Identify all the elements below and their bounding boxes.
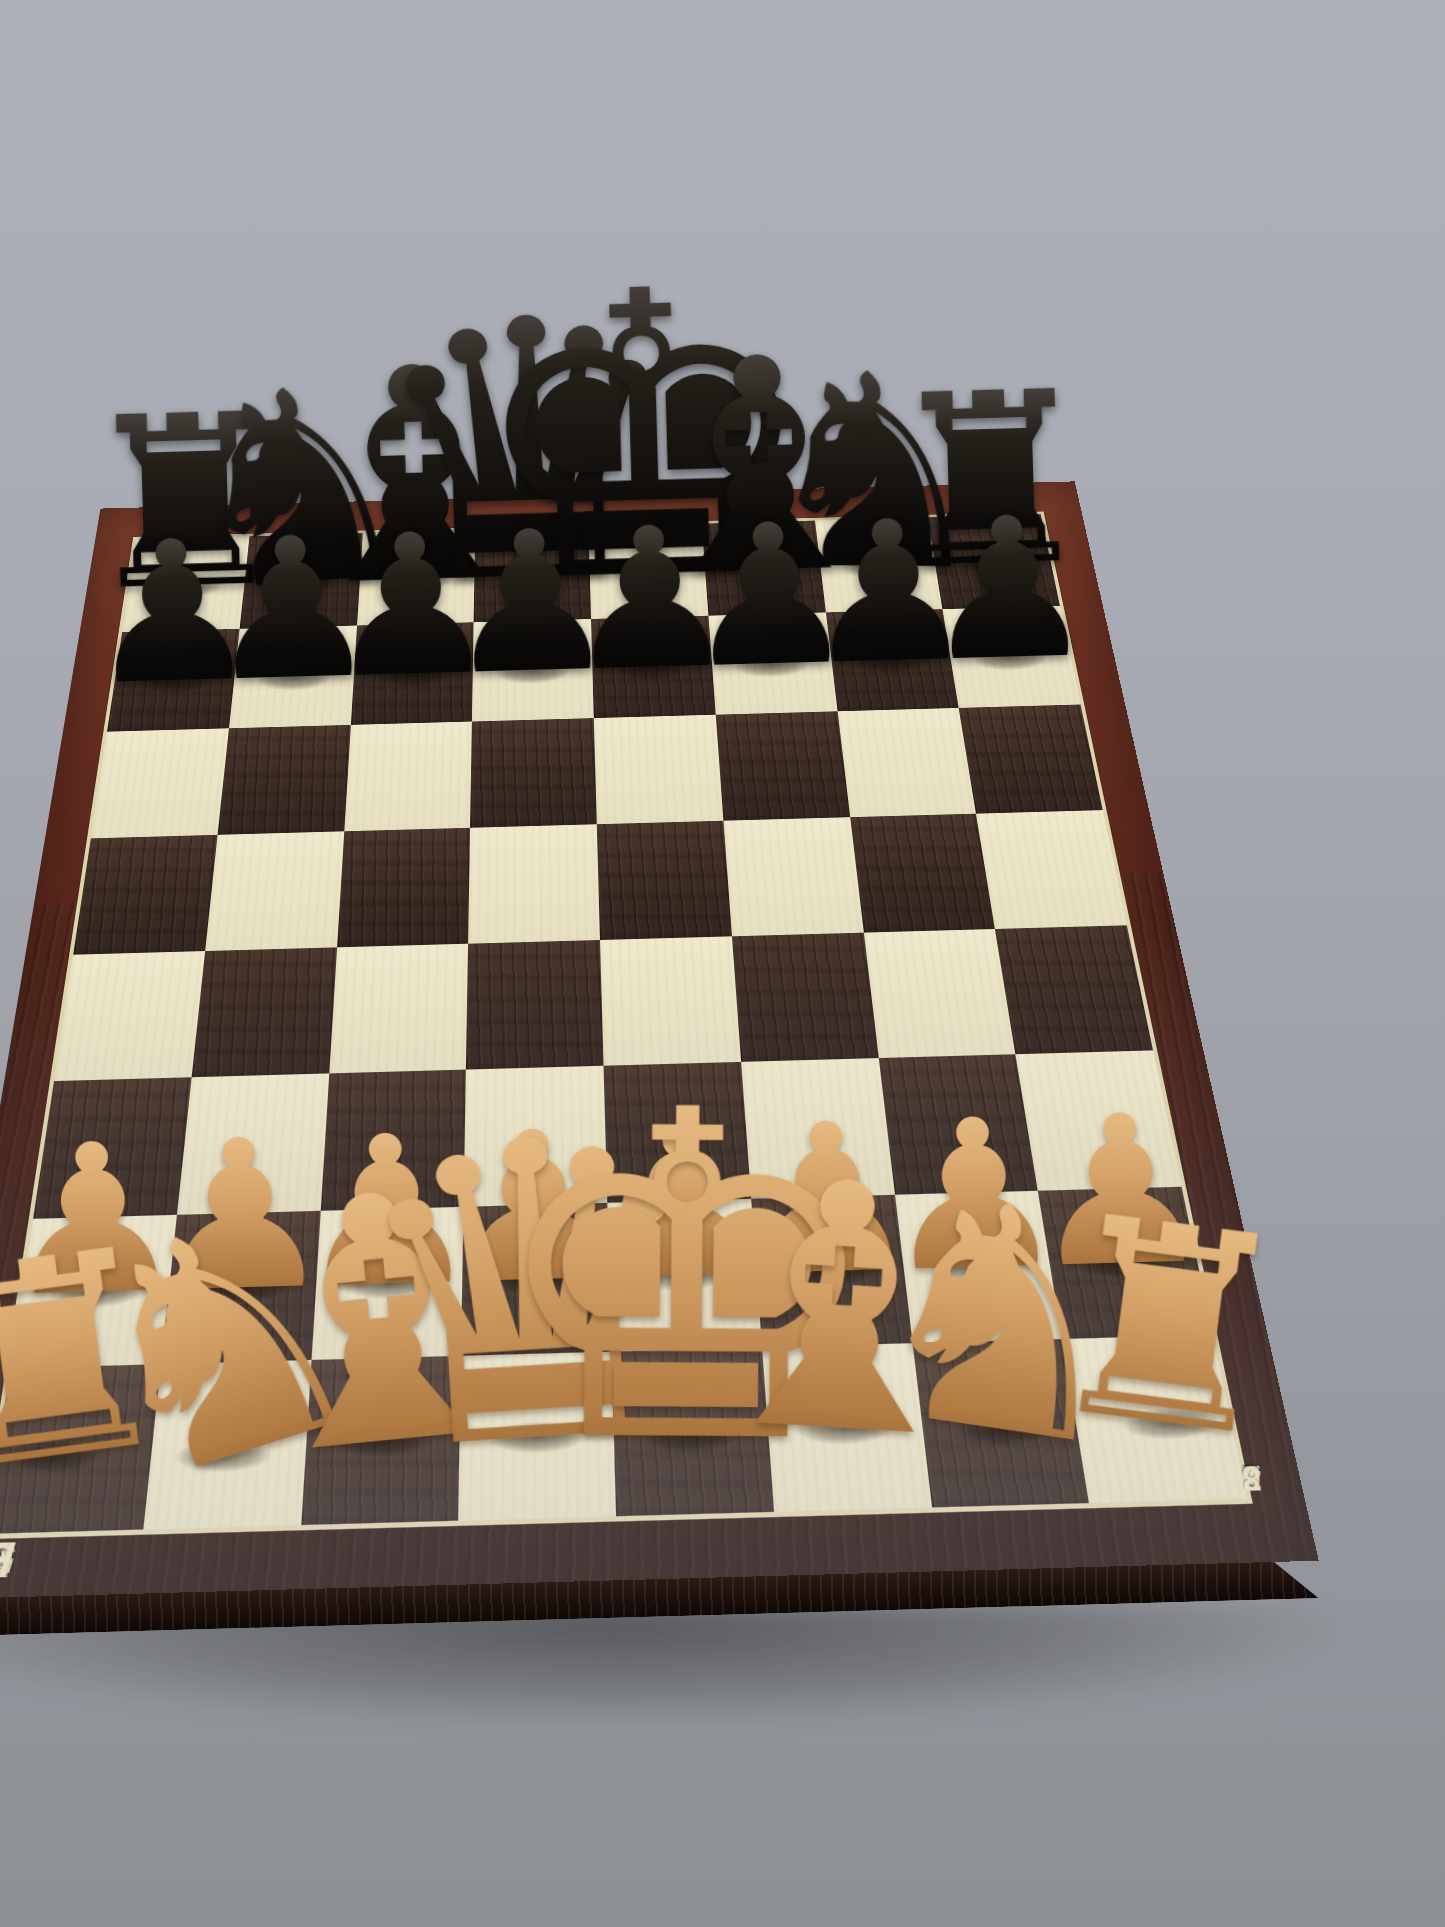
square-h6[interactable] xyxy=(959,704,1103,814)
square-b4[interactable] xyxy=(191,947,336,1077)
square-a6[interactable] xyxy=(91,728,229,839)
square-d5[interactable] xyxy=(468,824,600,943)
square-f5[interactable] xyxy=(723,817,863,936)
square-c4[interactable] xyxy=(329,944,469,1073)
square-a4[interactable] xyxy=(54,951,205,1081)
square-h4[interactable] xyxy=(995,925,1153,1054)
square-c6[interactable] xyxy=(344,721,472,831)
piece-black-pawn-h7[interactable]: ♟ xyxy=(919,490,1098,689)
square-g6[interactable] xyxy=(837,708,976,818)
board-group: 12345678 12345678 ABCDEFGH ♜♞♝♛♚♝♞♜♟♟♟♟♟… xyxy=(0,0,1445,1927)
square-c5[interactable] xyxy=(337,828,471,947)
square-d6[interactable] xyxy=(470,718,596,828)
piece-white-rook-h1[interactable]: ♜ xyxy=(1029,1177,1306,1479)
square-b5[interactable] xyxy=(205,832,344,952)
square-h5[interactable] xyxy=(976,810,1127,929)
square-g5[interactable] xyxy=(850,814,995,933)
square-a5[interactable] xyxy=(73,835,217,955)
photo-scene: 12345678 12345678 ABCDEFGH ♜♞♝♛♚♝♞♜♟♟♟♟♟… xyxy=(0,0,1445,1927)
square-b6[interactable] xyxy=(217,724,350,835)
square-e5[interactable] xyxy=(597,821,732,940)
square-f6[interactable] xyxy=(715,711,849,821)
square-e6[interactable] xyxy=(594,714,723,824)
